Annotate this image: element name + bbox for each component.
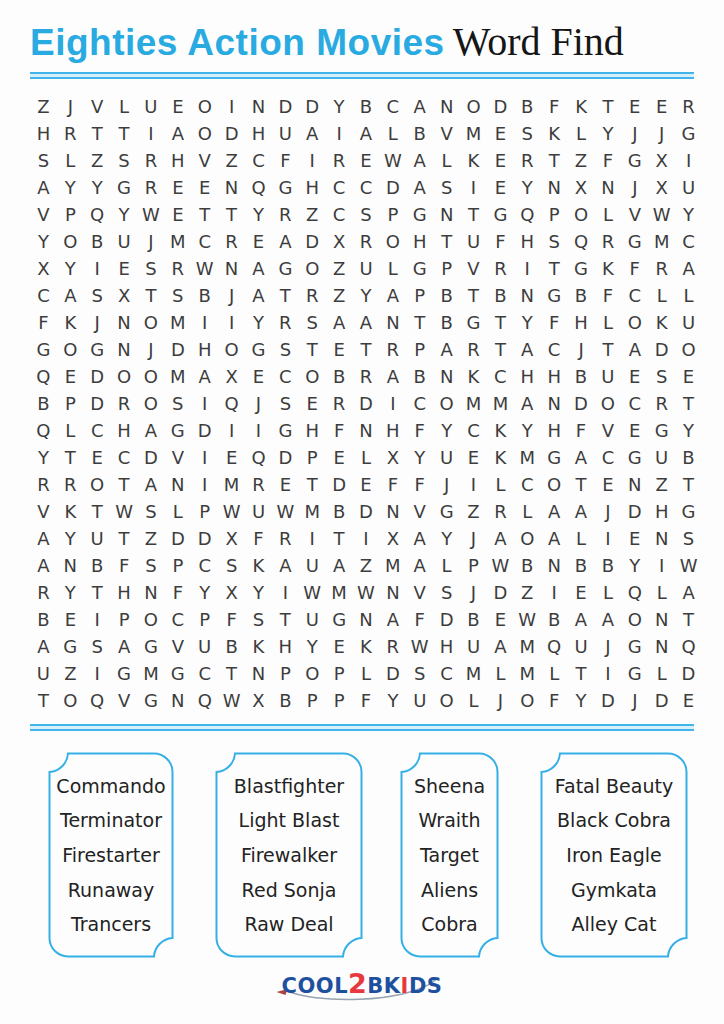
- grid-cell[interactable]: H: [433, 633, 460, 660]
- grid-cell[interactable]: C: [353, 174, 380, 201]
- grid-cell[interactable]: E: [57, 606, 84, 633]
- grid-cell[interactable]: V: [594, 417, 621, 444]
- grid-cell[interactable]: I: [379, 390, 406, 417]
- grid-cell[interactable]: F: [111, 552, 138, 579]
- grid-cell[interactable]: T: [326, 525, 353, 552]
- grid-cell[interactable]: J: [621, 687, 648, 714]
- grid-cell[interactable]: H: [30, 120, 57, 147]
- grid-cell[interactable]: T: [111, 471, 138, 498]
- grid-cell[interactable]: E: [487, 174, 514, 201]
- grid-cell[interactable]: Z: [460, 498, 487, 525]
- grid-cell[interactable]: A: [675, 255, 702, 282]
- grid-cell[interactable]: T: [433, 228, 460, 255]
- grid-cell[interactable]: G: [621, 228, 648, 255]
- grid-cell[interactable]: R: [460, 336, 487, 363]
- grid-cell[interactable]: E: [245, 228, 272, 255]
- grid-cell[interactable]: K: [594, 255, 621, 282]
- grid-cell[interactable]: D: [191, 525, 218, 552]
- grid-cell[interactable]: A: [30, 174, 57, 201]
- grid-cell[interactable]: A: [568, 444, 595, 471]
- grid-cell[interactable]: B: [514, 93, 541, 120]
- grid-cell[interactable]: A: [406, 525, 433, 552]
- grid-cell[interactable]: B: [326, 498, 353, 525]
- grid-cell[interactable]: F: [594, 147, 621, 174]
- grid-cell[interactable]: A: [326, 552, 353, 579]
- grid-cell[interactable]: K: [460, 147, 487, 174]
- grid-cell[interactable]: Y: [433, 417, 460, 444]
- grid-cell[interactable]: N: [648, 606, 675, 633]
- grid-cell[interactable]: G: [621, 633, 648, 660]
- grid-cell[interactable]: G: [57, 633, 84, 660]
- grid-cell[interactable]: S: [433, 579, 460, 606]
- grid-cell[interactable]: E: [191, 174, 218, 201]
- grid-cell[interactable]: H: [272, 633, 299, 660]
- grid-cell[interactable]: L: [568, 525, 595, 552]
- grid-cell[interactable]: I: [299, 525, 326, 552]
- grid-cell[interactable]: N: [514, 282, 541, 309]
- grid-cell[interactable]: W: [138, 201, 165, 228]
- grid-cell[interactable]: V: [406, 579, 433, 606]
- grid-cell[interactable]: W: [111, 498, 138, 525]
- grid-cell[interactable]: G: [272, 174, 299, 201]
- grid-cell[interactable]: J: [460, 579, 487, 606]
- grid-cell[interactable]: I: [326, 120, 353, 147]
- grid-cell[interactable]: A: [57, 282, 84, 309]
- grid-cell[interactable]: T: [541, 255, 568, 282]
- grid-cell[interactable]: E: [84, 444, 111, 471]
- grid-cell[interactable]: P: [299, 444, 326, 471]
- grid-cell[interactable]: T: [460, 201, 487, 228]
- grid-cell[interactable]: T: [218, 660, 245, 687]
- grid-cell[interactable]: T: [568, 471, 595, 498]
- grid-cell[interactable]: Q: [568, 228, 595, 255]
- grid-cell[interactable]: M: [514, 633, 541, 660]
- grid-cell[interactable]: Y: [514, 174, 541, 201]
- grid-cell[interactable]: C: [245, 147, 272, 174]
- grid-cell[interactable]: K: [57, 309, 84, 336]
- grid-cell[interactable]: O: [621, 309, 648, 336]
- grid-cell[interactable]: T: [353, 336, 380, 363]
- grid-cell[interactable]: E: [272, 471, 299, 498]
- grid-cell[interactable]: G: [621, 444, 648, 471]
- grid-cell[interactable]: P: [406, 336, 433, 363]
- grid-cell[interactable]: Y: [245, 579, 272, 606]
- grid-cell[interactable]: A: [514, 390, 541, 417]
- grid-cell[interactable]: G: [164, 660, 191, 687]
- grid-cell[interactable]: T: [568, 660, 595, 687]
- grid-cell[interactable]: R: [326, 147, 353, 174]
- grid-cell[interactable]: T: [111, 525, 138, 552]
- grid-cell[interactable]: N: [541, 174, 568, 201]
- grid-cell[interactable]: I: [84, 660, 111, 687]
- grid-cell[interactable]: U: [299, 606, 326, 633]
- grid-cell[interactable]: S: [433, 174, 460, 201]
- grid-cell[interactable]: A: [353, 120, 380, 147]
- grid-cell[interactable]: Z: [353, 552, 380, 579]
- grid-cell[interactable]: M: [326, 579, 353, 606]
- grid-cell[interactable]: Y: [30, 444, 57, 471]
- grid-cell[interactable]: X: [648, 147, 675, 174]
- grid-cell[interactable]: C: [30, 282, 57, 309]
- grid-cell[interactable]: D: [326, 471, 353, 498]
- grid-cell[interactable]: B: [406, 363, 433, 390]
- grid-cell[interactable]: Q: [514, 201, 541, 228]
- grid-cell[interactable]: O: [57, 336, 84, 363]
- grid-cell[interactable]: A: [621, 336, 648, 363]
- grid-cell[interactable]: C: [621, 390, 648, 417]
- grid-cell[interactable]: Z: [138, 525, 165, 552]
- grid-cell[interactable]: F: [326, 417, 353, 444]
- grid-cell[interactable]: N: [648, 525, 675, 552]
- grid-cell[interactable]: F: [594, 282, 621, 309]
- grid-cell[interactable]: D: [433, 606, 460, 633]
- grid-cell[interactable]: G: [433, 498, 460, 525]
- grid-cell[interactable]: O: [191, 93, 218, 120]
- grid-cell[interactable]: A: [272, 552, 299, 579]
- grid-cell[interactable]: L: [594, 201, 621, 228]
- grid-cell[interactable]: I: [514, 255, 541, 282]
- grid-cell[interactable]: U: [111, 228, 138, 255]
- grid-cell[interactable]: X: [218, 579, 245, 606]
- grid-cell[interactable]: V: [191, 147, 218, 174]
- grid-cell[interactable]: M: [648, 228, 675, 255]
- grid-cell[interactable]: B: [433, 309, 460, 336]
- grid-cell[interactable]: K: [245, 633, 272, 660]
- grid-cell[interactable]: G: [245, 336, 272, 363]
- grid-cell[interactable]: V: [460, 255, 487, 282]
- grid-cell[interactable]: V: [111, 687, 138, 714]
- grid-cell[interactable]: A: [568, 498, 595, 525]
- grid-cell[interactable]: L: [460, 687, 487, 714]
- grid-cell[interactable]: F: [272, 147, 299, 174]
- grid-cell[interactable]: K: [460, 363, 487, 390]
- grid-cell[interactable]: C: [514, 471, 541, 498]
- grid-cell[interactable]: S: [30, 147, 57, 174]
- grid-cell[interactable]: A: [406, 93, 433, 120]
- grid-cell[interactable]: F: [541, 93, 568, 120]
- grid-cell[interactable]: B: [218, 633, 245, 660]
- grid-cell[interactable]: I: [272, 579, 299, 606]
- grid-cell[interactable]: E: [164, 93, 191, 120]
- grid-cell[interactable]: X: [379, 444, 406, 471]
- grid-cell[interactable]: O: [138, 606, 165, 633]
- grid-cell[interactable]: R: [272, 525, 299, 552]
- grid-cell[interactable]: D: [648, 336, 675, 363]
- grid-cell[interactable]: T: [111, 120, 138, 147]
- grid-cell[interactable]: R: [299, 282, 326, 309]
- grid-cell[interactable]: U: [138, 93, 165, 120]
- grid-cell[interactable]: Z: [30, 93, 57, 120]
- grid-cell[interactable]: O: [138, 363, 165, 390]
- grid-cell[interactable]: L: [433, 147, 460, 174]
- grid-cell[interactable]: E: [487, 606, 514, 633]
- grid-cell[interactable]: N: [541, 390, 568, 417]
- grid-cell[interactable]: K: [487, 417, 514, 444]
- grid-cell[interactable]: B: [487, 282, 514, 309]
- grid-cell[interactable]: D: [272, 444, 299, 471]
- grid-cell[interactable]: H: [299, 174, 326, 201]
- grid-cell[interactable]: B: [272, 687, 299, 714]
- grid-cell[interactable]: Y: [406, 444, 433, 471]
- grid-cell[interactable]: M: [164, 363, 191, 390]
- grid-cell[interactable]: K: [245, 552, 272, 579]
- grid-cell[interactable]: C: [621, 282, 648, 309]
- grid-cell[interactable]: C: [487, 363, 514, 390]
- grid-cell[interactable]: R: [514, 147, 541, 174]
- grid-cell[interactable]: A: [594, 606, 621, 633]
- grid-cell[interactable]: M: [164, 228, 191, 255]
- grid-cell[interactable]: S: [675, 525, 702, 552]
- grid-cell[interactable]: N: [353, 417, 380, 444]
- grid-cell[interactable]: G: [460, 309, 487, 336]
- grid-cell[interactable]: L: [433, 552, 460, 579]
- grid-cell[interactable]: I: [84, 606, 111, 633]
- grid-cell[interactable]: T: [594, 93, 621, 120]
- grid-cell[interactable]: E: [487, 147, 514, 174]
- grid-cell[interactable]: U: [675, 174, 702, 201]
- grid-cell[interactable]: T: [218, 201, 245, 228]
- grid-cell[interactable]: N: [433, 93, 460, 120]
- grid-cell[interactable]: V: [406, 498, 433, 525]
- grid-cell[interactable]: D: [84, 390, 111, 417]
- grid-cell[interactable]: S: [84, 282, 111, 309]
- grid-cell[interactable]: Y: [675, 417, 702, 444]
- grid-cell[interactable]: S: [648, 363, 675, 390]
- grid-cell[interactable]: N: [218, 174, 245, 201]
- grid-cell[interactable]: X: [30, 255, 57, 282]
- grid-cell[interactable]: U: [299, 552, 326, 579]
- grid-cell[interactable]: G: [138, 633, 165, 660]
- grid-cell[interactable]: S: [353, 201, 380, 228]
- grid-cell[interactable]: J: [84, 309, 111, 336]
- grid-cell[interactable]: D: [272, 93, 299, 120]
- grid-cell[interactable]: S: [138, 498, 165, 525]
- grid-cell[interactable]: H: [245, 120, 272, 147]
- grid-cell[interactable]: O: [621, 606, 648, 633]
- grid-cell[interactable]: A: [487, 525, 514, 552]
- grid-cell[interactable]: T: [84, 120, 111, 147]
- grid-cell[interactable]: D: [379, 174, 406, 201]
- grid-cell[interactable]: R: [138, 174, 165, 201]
- grid-cell[interactable]: A: [299, 120, 326, 147]
- grid-cell[interactable]: B: [406, 120, 433, 147]
- grid-cell[interactable]: P: [272, 660, 299, 687]
- grid-cell[interactable]: G: [621, 147, 648, 174]
- grid-cell[interactable]: T: [460, 282, 487, 309]
- grid-cell[interactable]: D: [675, 660, 702, 687]
- grid-cell[interactable]: Q: [218, 390, 245, 417]
- grid-cell[interactable]: X: [245, 687, 272, 714]
- grid-cell[interactable]: A: [433, 336, 460, 363]
- grid-cell[interactable]: V: [84, 93, 111, 120]
- grid-cell[interactable]: T: [299, 471, 326, 498]
- grid-cell[interactable]: F: [621, 255, 648, 282]
- grid-cell[interactable]: H: [299, 417, 326, 444]
- grid-cell[interactable]: U: [594, 363, 621, 390]
- grid-cell[interactable]: G: [675, 120, 702, 147]
- grid-cell[interactable]: W: [299, 579, 326, 606]
- grid-cell[interactable]: V: [621, 201, 648, 228]
- grid-cell[interactable]: I: [138, 120, 165, 147]
- grid-cell[interactable]: Q: [245, 444, 272, 471]
- grid-cell[interactable]: H: [164, 147, 191, 174]
- grid-cell[interactable]: M: [487, 390, 514, 417]
- grid-cell[interactable]: N: [379, 579, 406, 606]
- grid-cell[interactable]: G: [541, 444, 568, 471]
- grid-cell[interactable]: R: [648, 255, 675, 282]
- grid-cell[interactable]: P: [164, 552, 191, 579]
- grid-cell[interactable]: J: [594, 498, 621, 525]
- grid-cell[interactable]: G: [30, 336, 57, 363]
- grid-cell[interactable]: I: [299, 147, 326, 174]
- grid-cell[interactable]: P: [379, 201, 406, 228]
- grid-cell[interactable]: Q: [84, 687, 111, 714]
- grid-cell[interactable]: L: [514, 498, 541, 525]
- grid-cell[interactable]: E: [621, 417, 648, 444]
- grid-cell[interactable]: E: [460, 444, 487, 471]
- grid-cell[interactable]: G: [272, 255, 299, 282]
- grid-cell[interactable]: R: [648, 390, 675, 417]
- grid-cell[interactable]: Y: [57, 579, 84, 606]
- grid-cell[interactable]: I: [245, 417, 272, 444]
- grid-cell[interactable]: T: [84, 498, 111, 525]
- grid-cell[interactable]: H: [514, 363, 541, 390]
- grid-cell[interactable]: Z: [218, 147, 245, 174]
- grid-cell[interactable]: V: [433, 120, 460, 147]
- grid-cell[interactable]: W: [353, 579, 380, 606]
- grid-cell[interactable]: G: [541, 282, 568, 309]
- grid-cell[interactable]: I: [191, 471, 218, 498]
- grid-cell[interactable]: N: [164, 471, 191, 498]
- grid-cell[interactable]: R: [353, 228, 380, 255]
- grid-cell[interactable]: L: [379, 255, 406, 282]
- grid-cell[interactable]: E: [245, 363, 272, 390]
- grid-cell[interactable]: Y: [57, 174, 84, 201]
- grid-cell[interactable]: C: [191, 228, 218, 255]
- grid-cell[interactable]: N: [111, 309, 138, 336]
- grid-cell[interactable]: O: [433, 390, 460, 417]
- grid-cell[interactable]: E: [111, 255, 138, 282]
- grid-cell[interactable]: M: [164, 309, 191, 336]
- grid-cell[interactable]: L: [379, 120, 406, 147]
- grid-cell[interactable]: J: [433, 471, 460, 498]
- grid-cell[interactable]: E: [594, 471, 621, 498]
- grid-cell[interactable]: B: [353, 93, 380, 120]
- grid-cell[interactable]: T: [675, 390, 702, 417]
- grid-cell[interactable]: H: [111, 417, 138, 444]
- grid-cell[interactable]: O: [379, 228, 406, 255]
- grid-cell[interactable]: Q: [621, 579, 648, 606]
- grid-cell[interactable]: N: [138, 579, 165, 606]
- grid-cell[interactable]: F: [245, 525, 272, 552]
- grid-cell[interactable]: A: [353, 309, 380, 336]
- grid-cell[interactable]: B: [326, 363, 353, 390]
- grid-cell[interactable]: C: [326, 201, 353, 228]
- grid-cell[interactable]: N: [245, 93, 272, 120]
- grid-cell[interactable]: O: [594, 390, 621, 417]
- grid-cell[interactable]: I: [191, 444, 218, 471]
- grid-cell[interactable]: H: [541, 363, 568, 390]
- grid-cell[interactable]: R: [218, 228, 245, 255]
- grid-cell[interactable]: O: [138, 390, 165, 417]
- grid-cell[interactable]: C: [164, 606, 191, 633]
- grid-cell[interactable]: L: [57, 417, 84, 444]
- grid-cell[interactable]: D: [299, 228, 326, 255]
- grid-cell[interactable]: H: [191, 336, 218, 363]
- grid-cell[interactable]: X: [568, 174, 595, 201]
- grid-cell[interactable]: A: [30, 633, 57, 660]
- grid-cell[interactable]: G: [138, 687, 165, 714]
- grid-cell[interactable]: Z: [326, 282, 353, 309]
- grid-cell[interactable]: Y: [675, 201, 702, 228]
- grid-cell[interactable]: Y: [514, 417, 541, 444]
- grid-cell[interactable]: O: [84, 471, 111, 498]
- grid-cell[interactable]: D: [353, 498, 380, 525]
- grid-cell[interactable]: W: [514, 606, 541, 633]
- grid-cell[interactable]: J: [57, 93, 84, 120]
- grid-cell[interactable]: T: [272, 282, 299, 309]
- grid-cell[interactable]: D: [594, 687, 621, 714]
- grid-cell[interactable]: L: [541, 660, 568, 687]
- grid-cell[interactable]: Y: [353, 282, 380, 309]
- grid-cell[interactable]: Y: [514, 309, 541, 336]
- grid-cell[interactable]: C: [272, 363, 299, 390]
- grid-cell[interactable]: K: [541, 120, 568, 147]
- grid-cell[interactable]: N: [353, 606, 380, 633]
- grid-cell[interactable]: O: [675, 336, 702, 363]
- grid-cell[interactable]: Y: [433, 525, 460, 552]
- grid-cell[interactable]: P: [326, 660, 353, 687]
- grid-cell[interactable]: P: [406, 282, 433, 309]
- grid-cell[interactable]: P: [433, 255, 460, 282]
- grid-cell[interactable]: W: [675, 552, 702, 579]
- grid-cell[interactable]: Z: [57, 660, 84, 687]
- grid-cell[interactable]: B: [30, 390, 57, 417]
- grid-cell[interactable]: E: [648, 93, 675, 120]
- grid-cell[interactable]: C: [675, 228, 702, 255]
- grid-cell[interactable]: A: [541, 498, 568, 525]
- grid-cell[interactable]: F: [406, 417, 433, 444]
- grid-cell[interactable]: S: [245, 606, 272, 633]
- grid-cell[interactable]: I: [191, 309, 218, 336]
- grid-cell[interactable]: I: [218, 309, 245, 336]
- grid-cell[interactable]: N: [245, 660, 272, 687]
- grid-cell[interactable]: F: [541, 687, 568, 714]
- grid-cell[interactable]: Z: [299, 201, 326, 228]
- grid-cell[interactable]: R: [245, 471, 272, 498]
- grid-cell[interactable]: T: [675, 471, 702, 498]
- grid-cell[interactable]: N: [621, 471, 648, 498]
- grid-cell[interactable]: X: [326, 228, 353, 255]
- grid-cell[interactable]: X: [111, 282, 138, 309]
- grid-cell[interactable]: W: [272, 498, 299, 525]
- grid-cell[interactable]: V: [30, 201, 57, 228]
- grid-cell[interactable]: B: [84, 552, 111, 579]
- grid-cell[interactable]: E: [57, 363, 84, 390]
- grid-cell[interactable]: R: [487, 255, 514, 282]
- grid-cell[interactable]: P: [191, 498, 218, 525]
- grid-cell[interactable]: B: [514, 552, 541, 579]
- grid-cell[interactable]: C: [433, 660, 460, 687]
- grid-cell[interactable]: O: [541, 471, 568, 498]
- grid-cell[interactable]: K: [487, 444, 514, 471]
- grid-cell[interactable]: O: [299, 255, 326, 282]
- grid-cell[interactable]: T: [30, 687, 57, 714]
- grid-cell[interactable]: Q: [30, 363, 57, 390]
- grid-cell[interactable]: L: [487, 471, 514, 498]
- grid-cell[interactable]: P: [326, 687, 353, 714]
- grid-cell[interactable]: B: [30, 606, 57, 633]
